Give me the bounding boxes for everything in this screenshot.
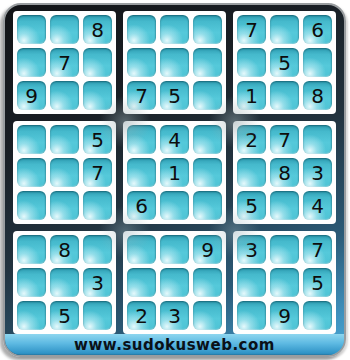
sudoku-box-3: 76518 [233, 11, 336, 114]
cell-r9c4[interactable]: 2 [127, 301, 156, 330]
cell-r8c9[interactable]: 5 [303, 268, 332, 297]
cell-r7c4[interactable] [127, 235, 156, 264]
cell-r8c6[interactable] [193, 268, 222, 297]
cell-r9c2[interactable]: 5 [50, 301, 79, 330]
cell-r7c6[interactable]: 9 [193, 235, 222, 264]
cell-r7c5[interactable] [160, 235, 189, 264]
cell-r3c1[interactable]: 9 [17, 81, 46, 110]
cell-r2c2[interactable]: 7 [50, 48, 79, 77]
sudoku-box-1: 879 [13, 11, 116, 114]
cell-r9c9[interactable] [303, 301, 332, 330]
footer-band: www.sudokusweb.com [5, 334, 344, 355]
cell-r6c5[interactable] [160, 191, 189, 220]
cell-r3c6[interactable] [193, 81, 222, 110]
cell-r3c4[interactable]: 7 [127, 81, 156, 110]
cell-r2c8[interactable]: 5 [270, 48, 299, 77]
cell-r7c7[interactable]: 3 [237, 235, 266, 264]
cell-r3c7[interactable]: 1 [237, 81, 266, 110]
sudoku-box-8: 923 [123, 231, 226, 334]
cell-r2c1[interactable] [17, 48, 46, 77]
cell-r8c5[interactable] [160, 268, 189, 297]
sudoku-box-2: 75 [123, 11, 226, 114]
cell-r4c3[interactable]: 5 [83, 125, 112, 154]
cell-r1c7[interactable]: 7 [237, 15, 266, 44]
cell-r1c4[interactable] [127, 15, 156, 44]
cell-r8c1[interactable] [17, 268, 46, 297]
cell-r2c3[interactable] [83, 48, 112, 77]
cell-r2c4[interactable] [127, 48, 156, 77]
cell-r4c1[interactable] [17, 125, 46, 154]
cell-r5c1[interactable] [17, 158, 46, 187]
cell-r1c8[interactable] [270, 15, 299, 44]
cell-r4c6[interactable] [193, 125, 222, 154]
cell-r6c2[interactable] [50, 191, 79, 220]
cell-r5c9[interactable]: 3 [303, 158, 332, 187]
cell-r3c9[interactable]: 8 [303, 81, 332, 110]
sudoku-box-9: 3759 [233, 231, 336, 334]
cell-r2c7[interactable] [237, 48, 266, 77]
cell-r6c6[interactable] [193, 191, 222, 220]
cell-r2c6[interactable] [193, 48, 222, 77]
cell-r7c8[interactable] [270, 235, 299, 264]
cell-r6c4[interactable]: 6 [127, 191, 156, 220]
cell-r5c4[interactable] [127, 158, 156, 187]
cell-r1c2[interactable] [50, 15, 79, 44]
cell-r9c3[interactable] [83, 301, 112, 330]
cell-r4c4[interactable] [127, 125, 156, 154]
cell-r8c4[interactable] [127, 268, 156, 297]
cell-r4c2[interactable] [50, 125, 79, 154]
cell-r8c8[interactable] [270, 268, 299, 297]
cell-r4c9[interactable] [303, 125, 332, 154]
cell-r2c5[interactable] [160, 48, 189, 77]
cell-r1c6[interactable] [193, 15, 222, 44]
cell-r6c8[interactable] [270, 191, 299, 220]
cell-r4c7[interactable]: 2 [237, 125, 266, 154]
cell-r6c9[interactable]: 4 [303, 191, 332, 220]
cell-r3c2[interactable] [50, 81, 79, 110]
cell-r5c6[interactable] [193, 158, 222, 187]
sudoku-box-4: 57 [13, 121, 116, 224]
cell-r1c1[interactable] [17, 15, 46, 44]
sudoku-box-5: 416 [123, 121, 226, 224]
sudoku-page: 8797576518574162783548359233759 www.sudo… [0, 0, 350, 360]
cell-r2c9[interactable] [303, 48, 332, 77]
cell-r5c5[interactable]: 1 [160, 158, 189, 187]
cell-r6c3[interactable] [83, 191, 112, 220]
cell-r4c5[interactable]: 4 [160, 125, 189, 154]
cell-r1c5[interactable] [160, 15, 189, 44]
sudoku-frame: 8797576518574162783548359233759 www.sudo… [3, 3, 346, 357]
cell-r5c8[interactable]: 8 [270, 158, 299, 187]
cell-r6c7[interactable]: 5 [237, 191, 266, 220]
cell-r4c8[interactable]: 7 [270, 125, 299, 154]
cell-r7c2[interactable]: 8 [50, 235, 79, 264]
cell-r1c3[interactable]: 8 [83, 15, 112, 44]
cell-r9c7[interactable] [237, 301, 266, 330]
cell-r9c5[interactable]: 3 [160, 301, 189, 330]
cell-r5c7[interactable] [237, 158, 266, 187]
sudoku-box-7: 835 [13, 231, 116, 334]
cell-r7c9[interactable]: 7 [303, 235, 332, 264]
cell-r5c2[interactable] [50, 158, 79, 187]
cell-r9c1[interactable] [17, 301, 46, 330]
cell-r5c3[interactable]: 7 [83, 158, 112, 187]
cell-r8c2[interactable] [50, 268, 79, 297]
cell-r6c1[interactable] [17, 191, 46, 220]
site-url: www.sudokusweb.com [74, 336, 275, 354]
cell-r3c5[interactable]: 5 [160, 81, 189, 110]
cell-r9c6[interactable] [193, 301, 222, 330]
cell-r3c3[interactable] [83, 81, 112, 110]
cell-r7c3[interactable] [83, 235, 112, 264]
cell-r1c9[interactable]: 6 [303, 15, 332, 44]
cell-r8c7[interactable] [237, 268, 266, 297]
cell-r7c1[interactable] [17, 235, 46, 264]
cell-r3c8[interactable] [270, 81, 299, 110]
cell-r9c8[interactable]: 9 [270, 301, 299, 330]
sudoku-box-6: 278354 [233, 121, 336, 224]
sudoku-board: 8797576518574162783548359233759 [5, 5, 344, 334]
cell-r8c3[interactable]: 3 [83, 268, 112, 297]
